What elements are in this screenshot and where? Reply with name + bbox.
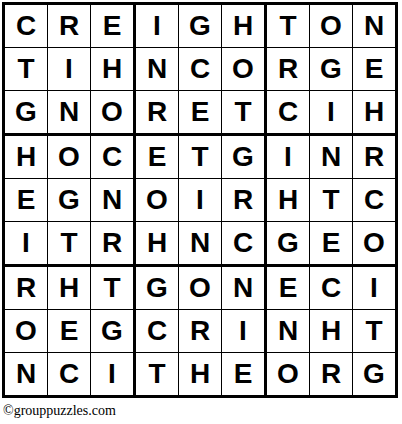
cell-r8c1[interactable]: O [5,310,47,352]
cell-r5c6[interactable]: R [222,179,264,221]
cell-r6c7[interactable]: G [267,222,309,264]
cell-r7c3[interactable]: T [91,267,133,309]
cell-r6c4[interactable]: H [136,222,178,264]
cell-r2c1[interactable]: T [5,48,47,90]
cell-r7c1[interactable]: R [5,267,47,309]
sudoku-board: CRETIHGNOIGHNCORETTONRGECIHHOCEGNITRETGO… [2,2,398,398]
cell-r7c6[interactable]: N [222,267,264,309]
cell-r4c3[interactable]: C [91,136,133,178]
box-r2c0: RHTOEGNCI [5,267,133,395]
cell-r5c5[interactable]: I [179,179,221,221]
cell-r2c5[interactable]: C [179,48,221,90]
cell-r7c4[interactable]: G [136,267,178,309]
cell-r9c3[interactable]: I [91,353,133,395]
box-r2c2: ECINHTORG [267,267,395,395]
cell-r5c7[interactable]: H [267,179,309,221]
cell-r2c9[interactable]: E [353,48,395,90]
cell-r8c8[interactable]: H [310,310,352,352]
cell-r7c7[interactable]: E [267,267,309,309]
cell-r5c4[interactable]: O [136,179,178,221]
cell-r6c8[interactable]: E [310,222,352,264]
cell-r4c7[interactable]: I [267,136,309,178]
cell-r8c6[interactable]: I [222,310,264,352]
cell-r3c5[interactable]: E [179,91,221,133]
cell-r4c8[interactable]: N [310,136,352,178]
cell-r3c9[interactable]: H [353,91,395,133]
cell-r8c5[interactable]: R [179,310,221,352]
cell-r4c9[interactable]: R [353,136,395,178]
cell-r7c2[interactable]: H [48,267,90,309]
cell-r7c9[interactable]: I [353,267,395,309]
cell-r6c6[interactable]: C [222,222,264,264]
cell-r3c7[interactable]: C [267,91,309,133]
cell-r7c5[interactable]: O [179,267,221,309]
cell-r9c1[interactable]: N [5,353,47,395]
cell-r9c9[interactable]: G [353,353,395,395]
cell-r5c9[interactable]: C [353,179,395,221]
cell-r8c2[interactable]: E [48,310,90,352]
cell-r2c3[interactable]: H [91,48,133,90]
cell-r1c7[interactable]: T [267,5,309,47]
box-r2c1: GONCRITHE [136,267,264,395]
cell-r6c3[interactable]: R [91,222,133,264]
cell-r2c4[interactable]: N [136,48,178,90]
cell-r9c5[interactable]: H [179,353,221,395]
cell-r5c8[interactable]: T [310,179,352,221]
cell-r8c7[interactable]: N [267,310,309,352]
cell-r2c6[interactable]: O [222,48,264,90]
cell-r6c1[interactable]: I [5,222,47,264]
cell-r1c3[interactable]: E [91,5,133,47]
cell-r4c6[interactable]: G [222,136,264,178]
cell-r1c1[interactable]: C [5,5,47,47]
cell-r6c5[interactable]: N [179,222,221,264]
cell-r4c2[interactable]: O [48,136,90,178]
cell-r1c6[interactable]: H [222,5,264,47]
cell-r3c3[interactable]: O [91,91,133,133]
box-r0c1: IGHNCORET [136,5,264,133]
cell-r7c8[interactable]: C [310,267,352,309]
cell-r8c3[interactable]: G [91,310,133,352]
cell-r1c4[interactable]: I [136,5,178,47]
cell-r2c8[interactable]: G [310,48,352,90]
cell-r2c7[interactable]: R [267,48,309,90]
box-r0c2: TONRGECIH [267,5,395,133]
box-r1c1: ETGOIRHNC [136,136,264,264]
cell-r5c3[interactable]: N [91,179,133,221]
cell-r1c8[interactable]: O [310,5,352,47]
cell-r8c4[interactable]: C [136,310,178,352]
cell-r4c1[interactable]: H [5,136,47,178]
cell-r1c9[interactable]: N [353,5,395,47]
cell-r5c1[interactable]: E [5,179,47,221]
cell-r3c4[interactable]: R [136,91,178,133]
box-r1c0: HOCEGNITR [5,136,133,264]
cell-r8c9[interactable]: T [353,310,395,352]
cell-r6c9[interactable]: O [353,222,395,264]
cell-r4c4[interactable]: E [136,136,178,178]
cell-r9c2[interactable]: C [48,353,90,395]
cell-r3c8[interactable]: I [310,91,352,133]
box-r0c0: CRETIHGNO [5,5,133,133]
cell-r1c5[interactable]: G [179,5,221,47]
box-r1c2: INRHTCGEO [267,136,395,264]
cell-r2c2[interactable]: I [48,48,90,90]
cell-r1c2[interactable]: R [48,5,90,47]
cell-r3c6[interactable]: T [222,91,264,133]
cell-r3c2[interactable]: N [48,91,90,133]
cell-r4c5[interactable]: T [179,136,221,178]
copyright-credit: ©grouppuzzles.com [3,403,116,419]
cell-r5c2[interactable]: G [48,179,90,221]
cell-r9c6[interactable]: E [222,353,264,395]
cell-r9c8[interactable]: R [310,353,352,395]
cell-r3c1[interactable]: G [5,91,47,133]
cell-r6c2[interactable]: T [48,222,90,264]
cell-r9c4[interactable]: T [136,353,178,395]
cell-r9c7[interactable]: O [267,353,309,395]
